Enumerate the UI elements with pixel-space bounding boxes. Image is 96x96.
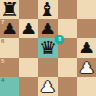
black-pawn-piece[interactable]: ♟	[39, 20, 56, 39]
black-pawn-piece[interactable]: ♟	[1, 20, 18, 39]
move-classification-badge: !!	[55, 35, 64, 44]
square-c8[interactable]: ♝	[38, 0, 57, 19]
square-e5[interactable]: ♟	[77, 58, 96, 77]
black-queen-piece[interactable]: ♛	[39, 38, 57, 57]
square-a7[interactable]: 7♟	[0, 19, 19, 38]
black-pawn-piece[interactable]: ♟	[20, 20, 37, 39]
rank-label-6: 6	[1, 38, 4, 45]
chess-board: 8♜♝7♟♟♟6♛♟5♟4♟ !!	[0, 0, 96, 96]
square-a4[interactable]: 4	[0, 77, 19, 96]
white-pawn-piece[interactable]: ♟	[39, 77, 56, 96]
square-a5[interactable]: 5	[0, 58, 19, 77]
square-b5[interactable]	[19, 58, 38, 77]
square-a6[interactable]: 6	[0, 38, 19, 57]
black-rook-piece[interactable]: ♜	[0, 0, 19, 19]
square-e8[interactable]	[77, 0, 96, 19]
square-d5[interactable]	[58, 58, 77, 77]
rank-label-5: 5	[1, 58, 4, 65]
square-e7[interactable]	[77, 19, 96, 38]
black-bishop-piece[interactable]: ♝	[39, 0, 57, 19]
black-pawn-piece[interactable]: ♟	[78, 39, 95, 58]
square-e6[interactable]: ♟	[77, 38, 96, 57]
rank-label-4: 4	[1, 77, 4, 84]
move-classification-symbol: !!	[58, 37, 60, 42]
square-e4[interactable]	[77, 77, 96, 96]
square-b6[interactable]	[19, 38, 38, 57]
square-d4[interactable]	[58, 77, 77, 96]
square-b7[interactable]: ♟	[19, 19, 38, 38]
square-b4[interactable]	[19, 77, 38, 96]
square-d8[interactable]	[58, 0, 77, 19]
square-c7[interactable]: ♟	[38, 19, 57, 38]
white-pawn-piece[interactable]: ♟	[78, 58, 95, 77]
square-a8[interactable]: 8♜	[0, 0, 19, 19]
square-c5[interactable]	[38, 58, 57, 77]
square-c4[interactable]: ♟	[38, 77, 57, 96]
square-b8[interactable]	[19, 0, 38, 19]
